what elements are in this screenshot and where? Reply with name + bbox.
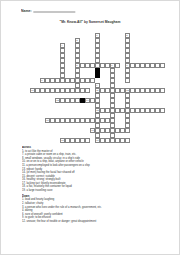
clue-number: 9 bbox=[96, 84, 99, 86]
clue-number: 13 bbox=[56, 99, 59, 101]
clue-number: 18 bbox=[61, 139, 64, 141]
worksheet-page: Name: "Mr. Know-All" by Somerset Maugham… bbox=[0, 0, 180, 255]
title-row: "Mr. Know-All" by Somerset Maugham bbox=[0, 20, 180, 28]
clue-12: 12. unease; the fear of trouble or dange… bbox=[22, 219, 178, 223]
clue-number: 6 bbox=[111, 64, 114, 66]
clue-number: 5 bbox=[76, 64, 79, 66]
clue-number: 2 bbox=[126, 34, 129, 36]
clue-number: 1 bbox=[96, 34, 99, 36]
clue-number: 3 bbox=[76, 39, 79, 41]
clue-number: 14 bbox=[86, 99, 89, 101]
clue-number: 11 bbox=[96, 89, 99, 91]
down-clue-list: 1. loud and hearty laughing2. talkative;… bbox=[22, 198, 178, 223]
name-row: Name: bbox=[21, 9, 171, 19]
clue-number: 8 bbox=[41, 79, 44, 81]
crossword-grid[interactable]: 12345678910111213141516171819 bbox=[15, 33, 165, 143]
empty-space bbox=[160, 138, 165, 143]
clue-number: 10 bbox=[31, 89, 34, 91]
clue-number: 4 bbox=[61, 44, 64, 46]
page-title: "Mr. Know-All" by Somerset Maugham bbox=[0, 20, 180, 24]
clue-number: 7 bbox=[126, 64, 129, 66]
clue-number: 15 bbox=[96, 109, 99, 111]
clue-number: 19 bbox=[96, 139, 99, 141]
clue-number: 17 bbox=[91, 129, 94, 131]
across-clue-list: 5. to act like the master of7. a private… bbox=[22, 150, 178, 192]
clue-number: 12 bbox=[126, 89, 129, 91]
name-field[interactable] bbox=[33, 10, 75, 12]
clues-section: Across 5. to act like the master of7. a … bbox=[22, 146, 178, 246]
name-label: Name: bbox=[21, 9, 32, 13]
clue-number: 16 bbox=[46, 119, 49, 121]
